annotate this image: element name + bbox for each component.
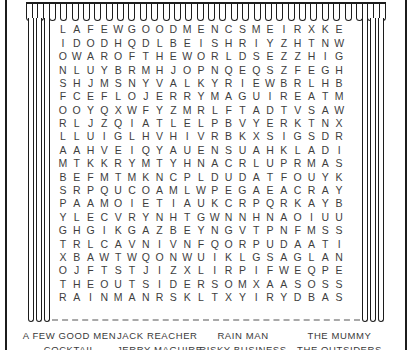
grid-cell: A [222,90,236,103]
grid-cell: E [263,117,277,130]
grid-cell: Z [277,50,291,63]
grid-cell: G [222,224,236,237]
grid-cell: G [125,224,139,237]
grid-cell: K [332,170,346,183]
grid-cell: B [111,63,125,76]
grid-cell: Y [208,77,222,90]
grid-cell: P [208,184,222,197]
grid-cell: S [263,250,277,263]
grid-cell: R [236,157,250,170]
grid-cell: F [84,170,98,183]
grid-cell: T [180,210,194,223]
grid-cell: S [291,277,305,290]
grid-cell: R [208,130,222,143]
grid-cell: U [263,237,277,250]
grid-cell: Z [166,264,180,277]
grid-cell: O [56,50,70,63]
valance-bar [83,4,90,21]
grid-cell: T [111,170,125,183]
valance-bar [299,4,306,21]
grid-cell: C [125,184,139,197]
grid-cell: F [291,224,305,237]
curtain-right [362,18,384,322]
grid-cell: E [263,23,277,36]
grid-cell: J [84,77,98,90]
grid-cell: H [70,224,84,237]
grid-cell: Q [111,117,125,130]
valance-bar [219,4,226,21]
grid-cell: K [318,23,332,36]
grid-cell: T [318,237,332,250]
grid-cell: G [332,50,346,63]
grid-cell: I [180,130,194,143]
grid-cell: B [166,224,180,237]
grid-cell: S [56,77,70,90]
grid-cell: I [263,90,277,103]
grid-cell: V [236,224,250,237]
grid-cell: Y [84,103,98,116]
grid-cell: I [194,36,208,49]
grid-cell: D [277,237,291,250]
grid-cell: E [194,23,208,36]
grid-cell: V [153,130,167,143]
grid-cell: A [305,143,319,156]
grid-cell: R [70,237,84,250]
grid-cell: A [249,170,263,183]
grid-cell: Y [153,143,167,156]
grid-cell: Q [139,143,153,156]
grid-cell: O [84,36,98,49]
grid-cell: N [263,210,277,223]
grid-cell: Z [291,50,305,63]
grid-cell: R [291,23,305,36]
grid-cell: G [236,184,250,197]
grid-cell: H [70,277,84,290]
grid-cell: R [180,90,194,103]
grid-cell: V [153,77,167,90]
grid-cell: I [153,277,167,290]
grid-cell: J [166,63,180,76]
valance-bar [288,4,295,21]
grid-cell: H [305,50,319,63]
grid-cell: M [180,23,194,36]
valance-bar [94,4,101,21]
grid-cell: I [208,250,222,263]
grid-cell: K [139,170,153,183]
valance-bar [117,4,124,21]
grid-cell: N [332,250,346,263]
grid-cell: S [263,130,277,143]
grid-cell: S [318,277,332,290]
grid-cell: N [194,157,208,170]
grid-cell: U [332,210,346,223]
grid-cell: U [111,277,125,290]
grid-cell: E [180,36,194,49]
grid-cell: B [332,77,346,90]
grid-cell: L [180,184,194,197]
grid-cell: A [318,250,332,263]
grid-cell: Z [166,103,180,116]
grid-cell: H [180,157,194,170]
grid-cell: W [332,36,346,49]
grid-cell: S [263,63,277,76]
word-list-item: JERRY MAGUIRE [117,345,197,350]
grid-cell: Q [305,264,319,277]
grid-cell: I [125,117,139,130]
grid-cell: S [332,224,346,237]
grid-cell: L [84,237,98,250]
grid-cell: O [97,277,111,290]
grid-cell: M [97,197,111,210]
grid-cell: S [305,103,319,116]
grid-cell: N [318,117,332,130]
page-border-right [405,0,407,350]
grid-cell: R [291,77,305,90]
grid-cell: I [332,237,346,250]
grid-cell: M [139,63,153,76]
grid-cell: P [84,184,98,197]
grid-cell: E [222,184,236,197]
grid-cell: I [249,264,263,277]
grid-cell: D [97,36,111,49]
grid-cell: E [291,90,305,103]
grid-cell: T [153,117,167,130]
grid-cell: I [318,50,332,63]
grid-cell: N [277,224,291,237]
grid-cell: H [153,63,167,76]
grid-cell: N [153,170,167,183]
grid-cell: G [291,130,305,143]
grid-cell: H [222,36,236,49]
valance-bar [163,4,170,21]
word-list-item: THE OUTSIDERS [289,345,390,350]
grid-cell: N [180,237,194,250]
grid-cell: A [70,143,84,156]
grid-cell: M [125,170,139,183]
grid-cell: S [111,264,125,277]
grid-cell: M [180,103,194,116]
grid-cell: L [56,23,70,36]
grid-cell: S [305,130,319,143]
grid-cell: R [56,117,70,130]
grid-cell: U [194,197,208,210]
grid-cell: D [318,130,332,143]
grid-cell: N [97,291,111,304]
valance-bar [231,4,238,21]
grid-cell: Y [139,77,153,90]
valance-bar [140,4,147,21]
grid-cell: E [97,23,111,36]
grid-cell: E [180,224,194,237]
grid-cell: W [111,23,125,36]
valance-bar [151,4,158,21]
grid-cell: A [125,291,139,304]
grid-cell: J [139,264,153,277]
grid-cell: E [236,63,250,76]
valance-bar [322,4,329,21]
grid-cell: Q [125,36,139,49]
grid-cell: X [332,117,346,130]
grid-cell: L [236,250,250,263]
grid-cell: I [305,210,319,223]
grid-cell: L [70,130,84,143]
grid-cell: R [305,184,319,197]
grid-cell: G [291,250,305,263]
grid-cell: W [208,210,222,223]
grid-cell: R [153,291,167,304]
grid-cell: B [166,36,180,49]
grid-cell: A [180,197,194,210]
grid-cell: K [236,130,250,143]
grid-cell: L [180,77,194,90]
grid-cell: K [84,157,98,170]
grid-cell: A [263,277,277,290]
grid-cell: Y [236,291,250,304]
grid-cell: D [208,170,222,183]
grid-cell: L [249,157,263,170]
grid-cell: B [70,250,84,263]
grid-cell: T [56,237,70,250]
grid-cell: M [249,23,263,36]
grid-cell: S [208,36,222,49]
grid-cell: S [166,291,180,304]
grid-cell: K [208,197,222,210]
grid-cell: A [318,291,332,304]
grid-cell: Q [97,184,111,197]
grid-cell: C [222,157,236,170]
valance-bar [254,4,261,21]
grid-cell: N [208,63,222,76]
grid-cell: B [332,197,346,210]
grid-cell: D [70,36,84,49]
grid-cell: O [291,210,305,223]
grid-cell: Y [277,291,291,304]
valance-bar [333,4,340,21]
grid-cell: L [305,250,319,263]
grid-cell: H [291,36,305,49]
grid-cell: S [332,157,346,170]
grid-cell: T [305,117,319,130]
grid-cell: N [318,36,332,49]
grid-cell: R [194,277,208,290]
curtain-fold [44,18,50,322]
grid-cell: X [249,277,263,290]
grid-cell: N [208,143,222,156]
grid-cell: C [291,184,305,197]
grid-cell: U [84,130,98,143]
grid-cell: L [305,77,319,90]
grid-cell: P [194,63,208,76]
grid-cell: G [194,210,208,223]
grid-cell: E [84,277,98,290]
grid-cell: R [222,77,236,90]
grid-cell: T [125,277,139,290]
curtain-valance [26,2,386,23]
grid-cell: J [70,264,84,277]
grid-cell: K [277,143,291,156]
grid-cell: A [318,157,332,170]
grid-cell: F [222,103,236,116]
grid-cell: P [249,237,263,250]
grid-cell: R [194,103,208,116]
grid-cell: P [277,157,291,170]
divider-dashed-line [52,319,360,321]
grid-cell: T [236,103,250,116]
word-list-item: RISKY BUSINESS [197,345,289,350]
grid-cell: A [139,224,153,237]
grid-cell: O [153,23,167,36]
grid-cell: S [332,291,346,304]
grid-cell: O [70,103,84,116]
grid-cell: R [236,237,250,250]
grid-cell: O [111,197,125,210]
grid-cell: F [263,264,277,277]
grid-cell: E [153,90,167,103]
grid-cell: E [332,264,346,277]
grid-cell: M [166,184,180,197]
grid-cell: V [111,210,125,223]
grid-cell: N [236,210,250,223]
grid-cell: Q [139,250,153,263]
grid-cell: X [249,130,263,143]
grid-cell: R [70,184,84,197]
grid-cell: S [249,50,263,63]
grid-cell: N [208,224,222,237]
grid-cell: A [305,197,319,210]
grid-cell: S [139,277,153,290]
grid-cell: I [208,264,222,277]
grid-cell: I [84,291,98,304]
grid-cell: T [153,157,167,170]
grid-cell: A [305,90,319,103]
valance-bar [128,4,135,21]
grid-cell: Y [139,210,153,223]
grid-cell: D [291,291,305,304]
grid-cell: B [305,291,319,304]
grid-cell: A [153,184,167,197]
grid-cell: O [180,63,194,76]
grid-cell: R [277,117,291,130]
grid-cell: S [56,184,70,197]
grid-cell: O [305,277,319,290]
grid-cell: L [56,130,70,143]
grid-cell: V [97,143,111,156]
grid-cell: W [70,50,84,63]
grid-cell: P [263,224,277,237]
grid-cell: R [125,63,139,76]
grid-cell: N [222,210,236,223]
grid-cell: D [263,103,277,116]
grid-cell: A [277,250,291,263]
grid-cell: L [125,130,139,143]
word-list-row-2: COCKTAIL JERRY MAGUIRE RISKY BUSINESS TH… [22,345,390,350]
grid-cell: Y [318,170,332,183]
grid-cell: N [56,63,70,76]
grid-cell: Y [166,157,180,170]
grid-cell: E [139,197,153,210]
grid-cell: F [194,237,208,250]
grid-cell: W [180,250,194,263]
grid-cell: A [84,197,98,210]
grid-cell: M [97,170,111,183]
grid-cell: I [166,197,180,210]
grid-cell: H [249,210,263,223]
grid-cell: R [236,36,250,49]
grid-cell: A [249,143,263,156]
grid-cell: G [84,224,98,237]
grid-cell: E [180,277,194,290]
grid-cell: A [166,143,180,156]
grid-cell: K [97,157,111,170]
grid-cell: A [70,23,84,36]
grid-cell: D [166,23,180,36]
grid-cell: I [236,77,250,90]
grid-cell: O [194,50,208,63]
grid-cell: T [111,250,125,263]
grid-cell: A [111,237,125,250]
grid-cell: R [263,291,277,304]
grid-cell: M [236,277,250,290]
grid-cell: O [56,103,70,116]
grid-cell: C [222,197,236,210]
grid-cell: B [222,117,236,130]
grid-cell: W [194,184,208,197]
grid-cell: E [111,143,125,156]
page-border-left [5,0,7,350]
grid-cell: H [84,143,98,156]
grid-cell: M [56,157,70,170]
grid-cell: Y [125,157,139,170]
grid-cell: Q [97,103,111,116]
grid-cell: A [166,77,180,90]
grid-cell: E [332,23,346,36]
grid-cell: F [291,63,305,76]
grid-cell: S [332,277,346,290]
grid-cell: I [97,224,111,237]
grid-cell: Y [332,184,346,197]
grid-cell: C [97,237,111,250]
grid-cell: X [56,250,70,263]
grid-cell: U [249,90,263,103]
curtain-fold [28,18,34,322]
grid-cell: H [166,130,180,143]
grid-cell: W [277,264,291,277]
grid-cell: Y [194,90,208,103]
grid-cell: W [125,103,139,116]
grid-cell: Q [208,237,222,250]
valance-bar [208,4,215,21]
grid-cell: K [291,197,305,210]
grid-cell: S [236,23,250,36]
grid-cell: T [208,291,222,304]
grid-cell: G [249,250,263,263]
grid-cell: E [180,117,194,130]
curtain-fold [362,18,368,322]
grid-cell: U [111,184,125,197]
grid-cell: L [291,143,305,156]
grid-cell: Y [318,197,332,210]
letter-grid: LAFEWGOODMENCSMEIRXKEIDODHQDLBEISHRIYZHT… [56,23,346,304]
grid-cell: U [222,170,236,183]
grid-cell: R [277,197,291,210]
grid-cell: U [194,250,208,263]
curtain-fold [378,18,384,322]
grid-cell: C [97,210,111,223]
grid-cell: X [180,264,194,277]
grid-cell: P [180,170,194,183]
grid-cell: U [84,63,98,76]
grid-cell: E [291,264,305,277]
